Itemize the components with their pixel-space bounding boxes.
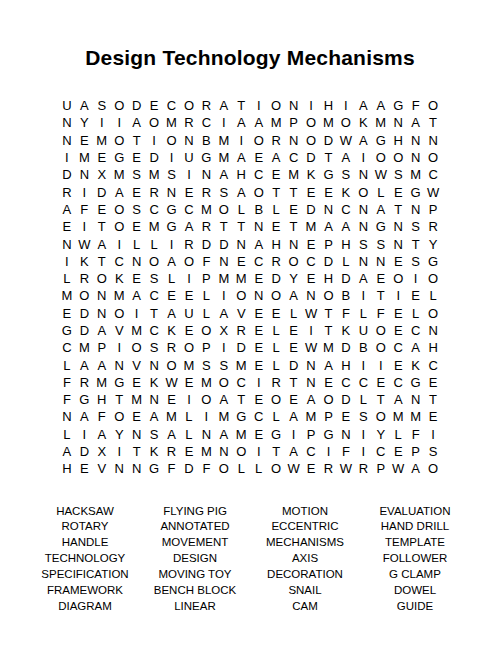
grid-cell[interactable]: C: [302, 443, 319, 460]
grid-cell[interactable]: F: [198, 253, 215, 270]
grid-cell[interactable]: P: [198, 339, 215, 356]
grid-cell[interactable]: O: [285, 253, 302, 270]
grid-cell[interactable]: O: [355, 183, 372, 200]
grid-cell[interactable]: E: [372, 374, 389, 391]
grid-cell[interactable]: S: [337, 166, 354, 183]
grid-cell[interactable]: G: [58, 322, 75, 339]
grid-cell[interactable]: E: [250, 426, 267, 443]
grid-cell[interactable]: D: [320, 253, 337, 270]
grid-cell[interactable]: O: [424, 305, 441, 322]
grid-cell[interactable]: M: [302, 408, 319, 425]
grid-cell[interactable]: T: [128, 132, 145, 149]
grid-cell[interactable]: G: [424, 253, 441, 270]
grid-cell[interactable]: G: [163, 218, 180, 235]
grid-cell[interactable]: L: [267, 339, 284, 356]
grid-cell[interactable]: I: [111, 235, 128, 252]
grid-cell[interactable]: A: [76, 408, 93, 425]
grid-cell[interactable]: C: [302, 253, 319, 270]
grid-cell[interactable]: D: [215, 235, 232, 252]
grid-cell[interactable]: R: [163, 443, 180, 460]
grid-cell[interactable]: T: [424, 391, 441, 408]
grid-cell[interactable]: N: [145, 391, 162, 408]
grid-cell[interactable]: L: [128, 235, 145, 252]
grid-cell[interactable]: O: [267, 97, 284, 114]
grid-cell[interactable]: M: [215, 408, 232, 425]
grid-cell[interactable]: O: [163, 356, 180, 373]
grid-cell[interactable]: A: [163, 305, 180, 322]
grid-cell[interactable]: M: [163, 408, 180, 425]
grid-cell[interactable]: T: [424, 114, 441, 131]
grid-cell[interactable]: F: [407, 426, 424, 443]
grid-cell[interactable]: O: [233, 287, 250, 304]
grid-cell[interactable]: T: [390, 201, 407, 218]
grid-cell[interactable]: O: [267, 287, 284, 304]
grid-cell[interactable]: N: [198, 426, 215, 443]
grid-cell[interactable]: O: [372, 322, 389, 339]
grid-cell[interactable]: G: [198, 149, 215, 166]
grid-cell[interactable]: U: [180, 149, 197, 166]
grid-cell[interactable]: P: [320, 235, 337, 252]
grid-cell[interactable]: N: [111, 356, 128, 373]
grid-cell[interactable]: M: [145, 218, 162, 235]
grid-cell[interactable]: I: [145, 132, 162, 149]
grid-cell[interactable]: O: [302, 114, 319, 131]
grid-cell[interactable]: E: [233, 253, 250, 270]
grid-cell[interactable]: O: [93, 270, 110, 287]
grid-cell[interactable]: O: [424, 460, 441, 477]
grid-cell[interactable]: I: [76, 218, 93, 235]
grid-cell[interactable]: M: [198, 374, 215, 391]
grid-cell[interactable]: A: [355, 132, 372, 149]
grid-cell[interactable]: M: [215, 149, 232, 166]
grid-cell[interactable]: O: [302, 132, 319, 149]
grid-cell[interactable]: I: [215, 114, 232, 131]
grid-cell[interactable]: A: [163, 426, 180, 443]
grid-cell[interactable]: S: [215, 356, 232, 373]
grid-cell[interactable]: E: [128, 270, 145, 287]
grid-cell[interactable]: N: [198, 166, 215, 183]
grid-cell[interactable]: K: [163, 322, 180, 339]
grid-cell[interactable]: L: [58, 356, 75, 373]
grid-cell[interactable]: O: [337, 114, 354, 131]
grid-cell[interactable]: H: [337, 235, 354, 252]
grid-cell[interactable]: A: [128, 114, 145, 131]
grid-cell[interactable]: M: [233, 356, 250, 373]
grid-cell[interactable]: L: [267, 356, 284, 373]
grid-cell[interactable]: M: [111, 287, 128, 304]
grid-cell[interactable]: T: [233, 218, 250, 235]
grid-cell[interactable]: S: [198, 356, 215, 373]
grid-cell[interactable]: E: [128, 374, 145, 391]
grid-cell[interactable]: N: [111, 460, 128, 477]
grid-cell[interactable]: V: [128, 356, 145, 373]
grid-cell[interactable]: E: [76, 460, 93, 477]
grid-cell[interactable]: T: [407, 235, 424, 252]
grid-cell[interactable]: E: [285, 322, 302, 339]
grid-cell[interactable]: F: [93, 408, 110, 425]
grid-cell[interactable]: Y: [111, 426, 128, 443]
grid-cell[interactable]: I: [355, 356, 372, 373]
grid-cell[interactable]: N: [145, 356, 162, 373]
grid-cell[interactable]: A: [372, 97, 389, 114]
grid-cell[interactable]: B: [337, 287, 354, 304]
grid-cell[interactable]: O: [372, 149, 389, 166]
grid-cell[interactable]: R: [233, 322, 250, 339]
grid-cell[interactable]: M: [93, 374, 110, 391]
grid-cell[interactable]: C: [250, 408, 267, 425]
grid-cell[interactable]: P: [198, 270, 215, 287]
grid-cell[interactable]: O: [250, 132, 267, 149]
grid-cell[interactable]: T: [93, 253, 110, 270]
grid-cell[interactable]: D: [267, 270, 284, 287]
grid-cell[interactable]: E: [180, 183, 197, 200]
grid-cell[interactable]: M: [267, 114, 284, 131]
grid-cell[interactable]: C: [145, 287, 162, 304]
grid-cell[interactable]: O: [145, 114, 162, 131]
grid-cell[interactable]: R: [180, 114, 197, 131]
grid-cell[interactable]: F: [58, 391, 75, 408]
grid-cell[interactable]: G: [407, 183, 424, 200]
grid-cell[interactable]: N: [93, 305, 110, 322]
grid-cell[interactable]: E: [93, 201, 110, 218]
grid-cell[interactable]: W: [337, 460, 354, 477]
grid-cell[interactable]: P: [285, 114, 302, 131]
grid-cell[interactable]: S: [163, 166, 180, 183]
grid-cell[interactable]: T: [233, 391, 250, 408]
grid-cell[interactable]: S: [145, 270, 162, 287]
grid-cell[interactable]: E: [302, 235, 319, 252]
grid-cell[interactable]: C: [180, 201, 197, 218]
grid-cell[interactable]: N: [407, 132, 424, 149]
grid-cell[interactable]: E: [390, 183, 407, 200]
grid-cell[interactable]: T: [267, 183, 284, 200]
grid-cell[interactable]: E: [250, 339, 267, 356]
grid-cell[interactable]: I: [163, 235, 180, 252]
grid-cell[interactable]: H: [337, 356, 354, 373]
grid-cell[interactable]: O: [372, 339, 389, 356]
grid-cell[interactable]: P: [320, 408, 337, 425]
grid-cell[interactable]: A: [163, 253, 180, 270]
grid-cell[interactable]: P: [424, 201, 441, 218]
grid-cell[interactable]: T: [372, 287, 389, 304]
grid-cell[interactable]: C: [250, 253, 267, 270]
grid-cell[interactable]: A: [58, 201, 75, 218]
grid-cell[interactable]: E: [250, 322, 267, 339]
grid-cell[interactable]: H: [390, 132, 407, 149]
grid-cell[interactable]: A: [180, 218, 197, 235]
grid-cell[interactable]: O: [111, 218, 128, 235]
grid-cell[interactable]: N: [250, 218, 267, 235]
grid-cell[interactable]: E: [267, 305, 284, 322]
grid-cell[interactable]: E: [320, 183, 337, 200]
grid-cell[interactable]: D: [76, 322, 93, 339]
grid-cell[interactable]: A: [215, 426, 232, 443]
grid-cell[interactable]: N: [337, 426, 354, 443]
grid-cell[interactable]: M: [285, 166, 302, 183]
grid-cell[interactable]: M: [128, 391, 145, 408]
grid-cell[interactable]: O: [215, 201, 232, 218]
grid-cell[interactable]: M: [198, 201, 215, 218]
grid-cell[interactable]: N: [407, 391, 424, 408]
grid-cell[interactable]: A: [302, 391, 319, 408]
grid-cell[interactable]: B: [198, 132, 215, 149]
grid-cell[interactable]: W: [372, 166, 389, 183]
grid-cell[interactable]: S: [372, 235, 389, 252]
grid-cell[interactable]: O: [198, 391, 215, 408]
grid-cell[interactable]: D: [320, 132, 337, 149]
grid-cell[interactable]: H: [267, 235, 284, 252]
grid-cell[interactable]: I: [250, 443, 267, 460]
grid-cell[interactable]: E: [145, 97, 162, 114]
grid-cell[interactable]: M: [233, 426, 250, 443]
grid-cell[interactable]: Y: [424, 235, 441, 252]
grid-cell[interactable]: M: [233, 270, 250, 287]
grid-cell[interactable]: E: [407, 287, 424, 304]
grid-cell[interactable]: E: [163, 391, 180, 408]
grid-cell[interactable]: I: [355, 287, 372, 304]
grid-cell[interactable]: F: [372, 305, 389, 322]
grid-cell[interactable]: M: [198, 443, 215, 460]
grid-cell[interactable]: O: [250, 183, 267, 200]
grid-cell[interactable]: I: [180, 391, 197, 408]
grid-cell[interactable]: L: [145, 235, 162, 252]
grid-cell[interactable]: E: [180, 443, 197, 460]
grid-cell[interactable]: G: [111, 149, 128, 166]
grid-cell[interactable]: E: [390, 356, 407, 373]
grid-cell[interactable]: C: [233, 374, 250, 391]
grid-cell[interactable]: T: [111, 391, 128, 408]
grid-cell[interactable]: K: [355, 114, 372, 131]
grid-cell[interactable]: F: [337, 443, 354, 460]
grid-cell[interactable]: M: [180, 356, 197, 373]
grid-cell[interactable]: S: [128, 201, 145, 218]
grid-cell[interactable]: N: [215, 443, 232, 460]
grid-cell[interactable]: C: [390, 374, 407, 391]
grid-cell[interactable]: N: [180, 132, 197, 149]
grid-cell[interactable]: S: [407, 253, 424, 270]
grid-cell[interactable]: I: [390, 287, 407, 304]
grid-cell[interactable]: C: [372, 443, 389, 460]
grid-cell[interactable]: N: [93, 287, 110, 304]
grid-cell[interactable]: M: [111, 166, 128, 183]
grid-cell[interactable]: O: [267, 460, 284, 477]
grid-cell[interactable]: F: [58, 374, 75, 391]
grid-cell[interactable]: R: [145, 183, 162, 200]
grid-cell[interactable]: E: [390, 305, 407, 322]
grid-cell[interactable]: N: [424, 132, 441, 149]
grid-cell[interactable]: R: [198, 97, 215, 114]
grid-cell[interactable]: M: [93, 132, 110, 149]
grid-cell[interactable]: U: [355, 322, 372, 339]
grid-cell[interactable]: E: [58, 218, 75, 235]
grid-cell[interactable]: A: [215, 391, 232, 408]
grid-cell[interactable]: N: [76, 166, 93, 183]
grid-cell[interactable]: A: [233, 149, 250, 166]
grid-cell[interactable]: P: [407, 443, 424, 460]
grid-cell[interactable]: C: [424, 356, 441, 373]
grid-cell[interactable]: N: [233, 235, 250, 252]
grid-cell[interactable]: L: [355, 305, 372, 322]
grid-cell[interactable]: G: [233, 408, 250, 425]
grid-cell[interactable]: M: [163, 114, 180, 131]
grid-cell[interactable]: E: [267, 166, 284, 183]
grid-cell[interactable]: I: [198, 408, 215, 425]
grid-cell[interactable]: C: [163, 97, 180, 114]
grid-cell[interactable]: C: [145, 322, 162, 339]
grid-cell[interactable]: A: [337, 218, 354, 235]
grid-cell[interactable]: X: [215, 322, 232, 339]
grid-cell[interactable]: L: [267, 408, 284, 425]
grid-cell[interactable]: E: [302, 460, 319, 477]
grid-cell[interactable]: L: [163, 270, 180, 287]
grid-cell[interactable]: A: [93, 322, 110, 339]
grid-cell[interactable]: K: [407, 356, 424, 373]
grid-cell[interactable]: M: [372, 114, 389, 131]
grid-cell[interactable]: N: [215, 253, 232, 270]
grid-cell[interactable]: I: [424, 426, 441, 443]
grid-cell[interactable]: M: [320, 114, 337, 131]
grid-cell[interactable]: N: [355, 166, 372, 183]
grid-cell[interactable]: I: [320, 443, 337, 460]
grid-cell[interactable]: I: [355, 426, 372, 443]
grid-cell[interactable]: M: [407, 408, 424, 425]
grid-cell[interactable]: O: [424, 149, 441, 166]
grid-cell[interactable]: O: [111, 201, 128, 218]
grid-cell[interactable]: F: [337, 305, 354, 322]
grid-cell[interactable]: N: [128, 426, 145, 443]
grid-cell[interactable]: A: [390, 391, 407, 408]
grid-cell[interactable]: R: [58, 183, 75, 200]
grid-cell[interactable]: R: [76, 270, 93, 287]
grid-cell[interactable]: E: [93, 149, 110, 166]
grid-cell[interactable]: E: [250, 305, 267, 322]
grid-cell[interactable]: N: [390, 114, 407, 131]
grid-cell[interactable]: G: [372, 218, 389, 235]
grid-cell[interactable]: L: [180, 408, 197, 425]
grid-cell[interactable]: A: [111, 183, 128, 200]
grid-cell[interactable]: M: [145, 166, 162, 183]
grid-cell[interactable]: O: [320, 391, 337, 408]
grid-cell[interactable]: A: [233, 183, 250, 200]
grid-cell[interactable]: C: [145, 201, 162, 218]
grid-cell[interactable]: H: [58, 460, 75, 477]
grid-cell[interactable]: S: [145, 426, 162, 443]
grid-cell[interactable]: G: [267, 426, 284, 443]
grid-cell[interactable]: N: [355, 253, 372, 270]
grid-cell[interactable]: T: [233, 97, 250, 114]
grid-cell[interactable]: A: [58, 443, 75, 460]
grid-cell[interactable]: O: [424, 270, 441, 287]
grid-cell[interactable]: A: [267, 149, 284, 166]
grid-cell[interactable]: T: [320, 149, 337, 166]
grid-cell[interactable]: Y: [285, 270, 302, 287]
grid-cell[interactable]: L: [285, 305, 302, 322]
grid-cell[interactable]: L: [355, 391, 372, 408]
grid-cell[interactable]: A: [250, 235, 267, 252]
grid-cell[interactable]: A: [250, 114, 267, 131]
grid-cell[interactable]: O: [215, 374, 232, 391]
grid-cell[interactable]: T: [285, 218, 302, 235]
grid-cell[interactable]: I: [111, 443, 128, 460]
grid-cell[interactable]: L: [372, 183, 389, 200]
grid-cell[interactable]: D: [285, 356, 302, 373]
grid-cell[interactable]: A: [285, 287, 302, 304]
grid-cell[interactable]: C: [198, 114, 215, 131]
grid-cell[interactable]: L: [337, 253, 354, 270]
grid-cell[interactable]: M: [76, 149, 93, 166]
grid-cell[interactable]: N: [424, 322, 441, 339]
grid-cell[interactable]: N: [302, 374, 319, 391]
grid-cell[interactable]: E: [250, 356, 267, 373]
grid-cell[interactable]: M: [215, 132, 232, 149]
grid-cell[interactable]: C: [337, 374, 354, 391]
grid-cell[interactable]: O: [390, 149, 407, 166]
grid-cell[interactable]: F: [407, 97, 424, 114]
grid-cell[interactable]: H: [93, 391, 110, 408]
grid-cell[interactable]: E: [250, 270, 267, 287]
grid-cell[interactable]: N: [407, 201, 424, 218]
grid-cell[interactable]: K: [337, 322, 354, 339]
grid-cell[interactable]: E: [390, 443, 407, 460]
grid-cell[interactable]: L: [198, 287, 215, 304]
grid-cell[interactable]: D: [337, 391, 354, 408]
grid-cell[interactable]: R: [267, 253, 284, 270]
grid-cell[interactable]: R: [163, 339, 180, 356]
grid-cell[interactable]: A: [93, 356, 110, 373]
grid-cell[interactable]: X: [93, 443, 110, 460]
grid-cell[interactable]: G: [111, 374, 128, 391]
grid-cell[interactable]: H: [424, 339, 441, 356]
grid-cell[interactable]: A: [215, 305, 232, 322]
grid-cell[interactable]: W: [302, 305, 319, 322]
grid-cell[interactable]: A: [215, 166, 232, 183]
grid-cell[interactable]: U: [58, 97, 75, 114]
grid-cell[interactable]: I: [337, 97, 354, 114]
grid-cell[interactable]: G: [163, 201, 180, 218]
grid-cell[interactable]: R: [267, 132, 284, 149]
grid-cell[interactable]: N: [285, 97, 302, 114]
grid-cell[interactable]: A: [407, 114, 424, 131]
grid-cell[interactable]: L: [233, 201, 250, 218]
grid-cell[interactable]: I: [250, 374, 267, 391]
grid-cell[interactable]: U: [180, 305, 197, 322]
grid-cell[interactable]: A: [337, 149, 354, 166]
grid-cell[interactable]: E: [180, 374, 197, 391]
grid-cell[interactable]: V: [93, 460, 110, 477]
grid-cell[interactable]: R: [198, 218, 215, 235]
grid-cell[interactable]: R: [424, 218, 441, 235]
grid-cell[interactable]: C: [285, 149, 302, 166]
grid-cell[interactable]: S: [355, 408, 372, 425]
grid-cell[interactable]: R: [198, 183, 215, 200]
grid-cell[interactable]: M: [215, 270, 232, 287]
grid-cell[interactable]: I: [163, 149, 180, 166]
grid-cell[interactable]: G: [372, 132, 389, 149]
grid-cell[interactable]: N: [58, 408, 75, 425]
grid-cell[interactable]: R: [76, 374, 93, 391]
grid-cell[interactable]: D: [76, 443, 93, 460]
grid-cell[interactable]: S: [93, 97, 110, 114]
grid-cell[interactable]: I: [93, 114, 110, 131]
grid-cell[interactable]: L: [180, 426, 197, 443]
grid-cell[interactable]: N: [355, 201, 372, 218]
grid-cell[interactable]: B: [355, 339, 372, 356]
grid-cell[interactable]: E: [390, 322, 407, 339]
grid-cell[interactable]: N: [407, 149, 424, 166]
grid-cell[interactable]: S: [145, 339, 162, 356]
grid-cell[interactable]: F: [76, 201, 93, 218]
grid-cell[interactable]: T: [285, 183, 302, 200]
